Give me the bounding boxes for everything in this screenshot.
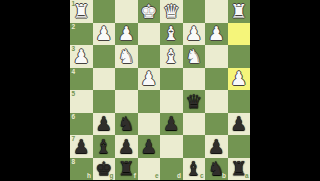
white-knight-f3[interactable]: ♞ [115,45,138,68]
square-g6[interactable]: ♟ [93,113,116,136]
square-c7[interactable] [183,135,206,158]
white-king-e1[interactable]: ♚ [138,0,161,23]
white-pawn-e4[interactable]: ♟ [138,68,161,91]
square-b7[interactable]: ♟ [205,135,228,158]
square-e8[interactable]: e [138,158,161,181]
chess-board: ♜1♚♛♜2♟♟♝♟♟♟3♞♝♞4♟♟5♛6♟♞♟♟♟7♝♟♟♟8h♚g♜fed… [70,0,250,180]
white-pawn-f2[interactable]: ♟ [115,23,138,46]
square-b8[interactable]: ♞b [205,158,228,181]
square-d7[interactable] [160,135,183,158]
square-c3[interactable]: ♞ [183,45,206,68]
square-h8[interactable]: 8h [70,158,93,181]
square-b2[interactable]: ♟ [205,23,228,46]
rank-label-5: 5 [72,91,76,98]
square-a2[interactable] [228,23,251,46]
black-pawn-b7[interactable]: ♟ [205,135,228,158]
square-h1[interactable]: ♜1 [70,0,93,23]
white-rook-h1[interactable]: ♜ [70,0,93,23]
square-d3[interactable]: ♝ [160,45,183,68]
square-g5[interactable] [93,90,116,113]
square-e6[interactable] [138,113,161,136]
square-d5[interactable] [160,90,183,113]
rank-label-2: 2 [72,24,76,31]
square-c1[interactable] [183,0,206,23]
square-f8[interactable]: ♜f [115,158,138,181]
square-f3[interactable]: ♞ [115,45,138,68]
square-g1[interactable] [93,0,116,23]
square-a4[interactable]: ♟ [228,68,251,91]
square-a3[interactable] [228,45,251,68]
square-g3[interactable] [93,45,116,68]
square-h6[interactable]: 6 [70,113,93,136]
square-h4[interactable]: 4 [70,68,93,91]
square-f5[interactable] [115,90,138,113]
file-label-d: d [177,173,181,180]
square-b6[interactable] [205,113,228,136]
square-b1[interactable] [205,0,228,23]
square-e2[interactable] [138,23,161,46]
square-e3[interactable] [138,45,161,68]
square-g4[interactable] [93,68,116,91]
white-bishop-d3[interactable]: ♝ [160,45,183,68]
black-bishop-g7[interactable]: ♝ [93,135,116,158]
rank-label-4: 4 [72,69,76,76]
black-pawn-h7[interactable]: ♟ [70,135,93,158]
square-e7[interactable]: ♟ [138,135,161,158]
square-h2[interactable]: 2 [70,23,93,46]
black-pawn-e7[interactable]: ♟ [138,135,161,158]
black-knight-f6[interactable]: ♞ [115,113,138,136]
square-d4[interactable] [160,68,183,91]
square-f7[interactable]: ♟ [115,135,138,158]
black-rook-a8[interactable]: ♜ [228,158,251,181]
file-label-e: e [155,173,159,180]
white-pawn-b2[interactable]: ♟ [205,23,228,46]
square-a8[interactable]: ♜a [228,158,251,181]
square-a1[interactable]: ♜ [228,0,251,23]
square-g8[interactable]: ♚g [93,158,116,181]
file-label-h: h [87,173,91,180]
square-a6[interactable]: ♟ [228,113,251,136]
square-d6[interactable]: ♟ [160,113,183,136]
square-b4[interactable] [205,68,228,91]
rank-label-6: 6 [72,114,76,121]
black-knight-b8[interactable]: ♞ [205,158,228,181]
black-pawn-a6[interactable]: ♟ [228,113,251,136]
square-c6[interactable] [183,113,206,136]
app-background: ♜1♚♛♜2♟♟♝♟♟♟3♞♝♞4♟♟5♛6♟♞♟♟♟7♝♟♟♟8h♚g♜fed… [0,0,320,180]
black-pawn-d6[interactable]: ♟ [160,113,183,136]
square-c4[interactable] [183,68,206,91]
black-rook-f8[interactable]: ♜ [115,158,138,181]
white-pawn-a4[interactable]: ♟ [228,68,251,91]
white-bishop-d2[interactable]: ♝ [160,23,183,46]
white-pawn-h3[interactable]: ♟ [70,45,93,68]
square-f2[interactable]: ♟ [115,23,138,46]
black-queen-c5[interactable]: ♛ [183,90,206,113]
square-f4[interactable] [115,68,138,91]
square-g2[interactable]: ♟ [93,23,116,46]
square-c5[interactable]: ♛ [183,90,206,113]
square-h3[interactable]: ♟3 [70,45,93,68]
black-king-g8[interactable]: ♚ [93,158,116,181]
square-g7[interactable]: ♝ [93,135,116,158]
square-c8[interactable]: ♝c [183,158,206,181]
white-pawn-g2[interactable]: ♟ [93,23,116,46]
square-e1[interactable]: ♚ [138,0,161,23]
square-h5[interactable]: 5 [70,90,93,113]
square-a5[interactable] [228,90,251,113]
white-rook-a1[interactable]: ♜ [228,0,251,23]
square-d8[interactable]: d [160,158,183,181]
white-knight-c3[interactable]: ♞ [183,45,206,68]
square-f1[interactable] [115,0,138,23]
square-b5[interactable] [205,90,228,113]
white-queen-d1[interactable]: ♛ [160,0,183,23]
rank-label-8: 8 [72,159,76,166]
square-e4[interactable]: ♟ [138,68,161,91]
square-d1[interactable]: ♛ [160,0,183,23]
square-f6[interactable]: ♞ [115,113,138,136]
black-pawn-f7[interactable]: ♟ [115,135,138,158]
white-pawn-c2[interactable]: ♟ [183,23,206,46]
square-b3[interactable] [205,45,228,68]
square-h7[interactable]: ♟7 [70,135,93,158]
square-c2[interactable]: ♟ [183,23,206,46]
black-bishop-c8[interactable]: ♝ [183,158,206,181]
square-d2[interactable]: ♝ [160,23,183,46]
black-pawn-g6[interactable]: ♟ [93,113,116,136]
square-a7[interactable] [228,135,251,158]
square-e5[interactable] [138,90,161,113]
